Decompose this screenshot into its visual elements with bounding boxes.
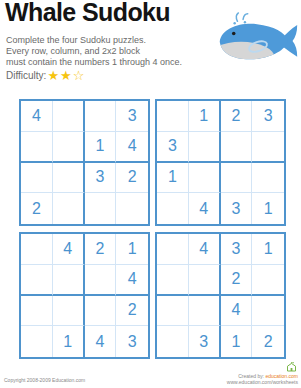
sudoku-cell[interactable] <box>189 265 221 296</box>
sudoku-cell[interactable]: 4 <box>189 234 221 265</box>
sudoku-cell[interactable]: 2 <box>221 265 253 296</box>
sudoku-cell[interactable] <box>221 163 253 194</box>
sudoku-cell[interactable]: 3 <box>157 132 189 163</box>
star-filled-icon: ★ <box>60 69 72 82</box>
copyright-text: Copyright 2008-2009 Education.com <box>4 377 85 383</box>
sudoku-cell[interactable] <box>21 163 53 194</box>
instructions-line: must contain the numbers 1 through 4 onc… <box>6 57 182 68</box>
sudoku-cell[interactable] <box>252 296 284 327</box>
sudoku-cell[interactable]: 2 <box>116 296 148 327</box>
sudoku-cell[interactable] <box>189 163 221 194</box>
sudoku-cell[interactable]: 4 <box>85 326 117 357</box>
worksheets-url[interactable]: www.education.com/worksheets <box>227 379 298 385</box>
sudoku-cell[interactable] <box>221 132 253 163</box>
whale-icon <box>216 11 300 69</box>
star-filled-icon: ★ <box>47 69 59 82</box>
sudoku-cell[interactable] <box>157 101 189 132</box>
sudoku-cell[interactable] <box>53 296 85 327</box>
sudoku-cell[interactable] <box>21 265 53 296</box>
sudoku-cell[interactable]: 4 <box>116 265 148 296</box>
sudoku-cell[interactable] <box>157 265 189 296</box>
sudoku-grid-4: 43124312 <box>155 232 286 359</box>
instructions: Complete the four Sudoku puzzles. Every … <box>6 35 182 68</box>
sudoku-cell[interactable] <box>21 234 53 265</box>
sudoku-cell[interactable]: 3 <box>85 163 117 194</box>
sudoku-cell[interactable]: 1 <box>85 132 117 163</box>
difficulty-label: Difficulty: <box>6 70 46 81</box>
sudoku-cell[interactable]: 2 <box>252 326 284 357</box>
sudoku-cell[interactable]: 1 <box>252 193 284 224</box>
sudoku-cell[interactable]: 2 <box>85 234 117 265</box>
sudoku-cell[interactable] <box>157 326 189 357</box>
sudoku-cell[interactable]: 3 <box>221 234 253 265</box>
sudoku-cell[interactable]: 4 <box>21 101 53 132</box>
sudoku-cell[interactable] <box>85 296 117 327</box>
sudoku-cell[interactable]: 3 <box>116 101 148 132</box>
sudoku-cell[interactable] <box>53 265 85 296</box>
sudoku-grid-1: 4314322 <box>19 99 150 226</box>
sudoku-cell[interactable]: 4 <box>221 296 253 327</box>
sudoku-cell[interactable] <box>252 265 284 296</box>
sudoku-cell[interactable] <box>85 265 117 296</box>
sudoku-cell[interactable] <box>53 132 85 163</box>
sudoku-cell[interactable] <box>21 326 53 357</box>
sudoku-cell[interactable] <box>53 101 85 132</box>
sudoku-cell[interactable]: 1 <box>221 326 253 357</box>
sudoku-cell[interactable]: 1 <box>189 101 221 132</box>
sudoku-cell[interactable] <box>157 193 189 224</box>
sudoku-cell[interactable]: 4 <box>189 193 221 224</box>
sudoku-cell[interactable]: 1 <box>252 234 284 265</box>
difficulty-rating: Difficulty: ★ ★ ☆ <box>6 68 84 82</box>
sudoku-grid-2: 12331431 <box>155 99 286 226</box>
sudoku-cell[interactable] <box>53 163 85 194</box>
sudoku-cell[interactable]: 4 <box>116 132 148 163</box>
sudoku-cell[interactable]: 3 <box>221 193 253 224</box>
sudoku-cell[interactable]: 4 <box>53 234 85 265</box>
instructions-line: Every row, column, and 2x2 block <box>6 46 182 57</box>
education-schoolhouse-logo-icon <box>286 362 297 372</box>
sudoku-cell[interactable]: 3 <box>189 326 221 357</box>
sudoku-cell[interactable] <box>21 132 53 163</box>
sudoku-cell[interactable] <box>157 296 189 327</box>
sudoku-cell[interactable] <box>116 193 148 224</box>
sudoku-cell[interactable]: 3 <box>116 326 148 357</box>
sudoku-cell[interactable]: 1 <box>116 234 148 265</box>
sudoku-cell[interactable] <box>252 163 284 194</box>
sudoku-cell[interactable] <box>21 296 53 327</box>
sudoku-cell[interactable]: 3 <box>252 101 284 132</box>
sudoku-cell[interactable] <box>189 296 221 327</box>
sudoku-cell[interactable] <box>85 193 117 224</box>
sudoku-grid-3: 42142143 <box>19 232 150 359</box>
sudoku-cell[interactable]: 2 <box>221 101 253 132</box>
credit-block: Created by: education.com www.education.… <box>227 362 298 385</box>
sudoku-cell[interactable] <box>53 193 85 224</box>
sudoku-cell[interactable]: 1 <box>53 326 85 357</box>
sudoku-cell[interactable] <box>189 132 221 163</box>
star-outline-icon: ☆ <box>73 69 85 82</box>
instructions-line: Complete the four Sudoku puzzles. <box>6 35 182 46</box>
sudoku-cell[interactable] <box>85 101 117 132</box>
sudoku-cell[interactable]: 2 <box>21 193 53 224</box>
sudoku-cell[interactable] <box>252 132 284 163</box>
page-title: Whale Sudoku <box>5 0 170 27</box>
sudoku-cell[interactable]: 2 <box>116 163 148 194</box>
sudoku-cell[interactable]: 1 <box>157 163 189 194</box>
sudoku-cell[interactable] <box>157 234 189 265</box>
